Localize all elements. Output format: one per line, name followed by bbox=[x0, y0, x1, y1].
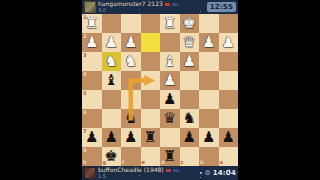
flag-icon bbox=[172, 3, 177, 6]
file-label: c bbox=[181, 160, 184, 165]
status-dot-icon bbox=[200, 172, 202, 174]
square-e6[interactable] bbox=[141, 109, 161, 128]
square-c5[interactable] bbox=[180, 90, 200, 109]
bottom-player-info: buffonCheadle (1948) 1.5 bbox=[98, 167, 178, 179]
bottom-player-rating: (1948) bbox=[144, 167, 164, 173]
square-b5[interactable] bbox=[199, 90, 219, 109]
square-f3[interactable]: ♞ bbox=[121, 52, 141, 71]
black-piece-p: ♟ bbox=[121, 128, 141, 147]
square-h4[interactable]: 4 bbox=[82, 71, 102, 90]
white-piece-n: ♞ bbox=[102, 52, 122, 71]
square-a5[interactable] bbox=[219, 90, 239, 109]
black-piece-r: ♜ bbox=[141, 128, 161, 147]
top-player-score: 3.0 bbox=[98, 8, 177, 13]
square-h2[interactable]: 2♟ bbox=[82, 33, 102, 52]
square-a2[interactable]: ♟ bbox=[219, 33, 239, 52]
top-player-clock: 12:55 bbox=[207, 2, 236, 12]
top-player-bar: hangamonster7 2123 3.0 12:55 bbox=[82, 0, 238, 14]
flag-icon bbox=[173, 169, 178, 172]
file-label: f bbox=[122, 160, 124, 165]
square-f1[interactable] bbox=[121, 14, 141, 33]
rank-label: 4 bbox=[83, 72, 86, 77]
square-f4[interactable] bbox=[121, 71, 141, 90]
gear-icon[interactable]: ⚙ bbox=[204, 170, 210, 177]
white-piece-r: ♜ bbox=[82, 14, 102, 33]
square-d2[interactable] bbox=[160, 33, 180, 52]
black-piece-n: ♞ bbox=[180, 109, 200, 128]
square-b4[interactable] bbox=[199, 71, 219, 90]
rank-label: 7 bbox=[83, 129, 86, 134]
top-player-avatar[interactable] bbox=[84, 1, 96, 13]
square-b7[interactable]: ♟ bbox=[199, 128, 219, 147]
screenshot-canvas: hangamonster7 2123 3.0 12:55 1♜♜♚2♟♟♟♛♟♟… bbox=[0, 0, 320, 180]
square-e7[interactable]: ♜ bbox=[141, 128, 161, 147]
square-g5[interactable] bbox=[102, 90, 122, 109]
square-e8[interactable]: e bbox=[141, 147, 161, 166]
white-piece-p: ♟ bbox=[219, 33, 239, 52]
file-label: h bbox=[83, 160, 87, 165]
white-piece-p: ♟ bbox=[160, 71, 180, 90]
square-d1[interactable]: ♜ bbox=[160, 14, 180, 33]
rank-label: 1 bbox=[83, 15, 86, 20]
square-c8[interactable]: c bbox=[180, 147, 200, 166]
rank-label: 2 bbox=[83, 34, 86, 39]
square-a6[interactable] bbox=[219, 109, 239, 128]
chess-board: 1♜♜♚2♟♟♟♛♟♟3♞♞♝♟4♝♟5♟6♞♛♞7♟♟♟♜♟♟♟8hg♚fed… bbox=[82, 14, 238, 166]
square-a4[interactable] bbox=[219, 71, 239, 90]
black-piece-p: ♟ bbox=[82, 128, 102, 147]
square-g6[interactable] bbox=[102, 109, 122, 128]
bottom-player-avatar[interactable] bbox=[84, 167, 96, 179]
square-c3[interactable]: ♟ bbox=[180, 52, 200, 71]
top-player-info: hangamonster7 2123 3.0 bbox=[98, 1, 177, 13]
square-h6[interactable]: 6 bbox=[82, 109, 102, 128]
square-b8[interactable]: b bbox=[199, 147, 219, 166]
black-piece-p: ♟ bbox=[180, 128, 200, 147]
square-a8[interactable]: a bbox=[219, 147, 239, 166]
square-c2[interactable]: ♛ bbox=[180, 33, 200, 52]
square-d5[interactable]: ♟ bbox=[160, 90, 180, 109]
rank-label: 5 bbox=[83, 91, 86, 96]
square-e3[interactable] bbox=[141, 52, 161, 71]
square-h1[interactable]: 1♜ bbox=[82, 14, 102, 33]
stars-decoration bbox=[82, 166, 83, 167]
square-e4[interactable] bbox=[141, 71, 161, 90]
square-a1[interactable] bbox=[219, 14, 239, 33]
square-b1[interactable] bbox=[199, 14, 219, 33]
square-c1[interactable]: ♚ bbox=[180, 14, 200, 33]
square-g3[interactable]: ♞ bbox=[102, 52, 122, 71]
white-piece-p: ♟ bbox=[102, 33, 122, 52]
square-f2[interactable]: ♟ bbox=[121, 33, 141, 52]
black-piece-q: ♛ bbox=[160, 109, 180, 128]
square-d7[interactable] bbox=[160, 128, 180, 147]
black-piece-p: ♟ bbox=[102, 128, 122, 147]
black-piece-k: ♚ bbox=[102, 147, 122, 166]
black-piece-p: ♟ bbox=[199, 128, 219, 147]
square-d6[interactable]: ♛ bbox=[160, 109, 180, 128]
square-g2[interactable]: ♟ bbox=[102, 33, 122, 52]
black-piece-b: ♝ bbox=[102, 71, 122, 90]
file-label: a bbox=[220, 160, 223, 165]
square-g1[interactable] bbox=[102, 14, 122, 33]
square-e2[interactable] bbox=[141, 33, 161, 52]
square-h3[interactable]: 3 bbox=[82, 52, 102, 71]
flag-icon bbox=[166, 169, 171, 172]
black-piece-n: ♞ bbox=[121, 109, 141, 128]
bottom-player-clock: 14:04 bbox=[213, 169, 236, 177]
square-g4[interactable]: ♝ bbox=[102, 71, 122, 90]
square-a7[interactable]: ♟ bbox=[219, 128, 239, 147]
white-piece-p: ♟ bbox=[121, 33, 141, 52]
square-f6[interactable]: ♞ bbox=[121, 109, 141, 128]
square-c4[interactable] bbox=[180, 71, 200, 90]
white-piece-p: ♟ bbox=[180, 52, 200, 71]
top-player-rating: 2123 bbox=[148, 1, 163, 7]
square-c7[interactable]: ♟ bbox=[180, 128, 200, 147]
white-piece-k: ♚ bbox=[180, 14, 200, 33]
file-label: b bbox=[200, 160, 204, 165]
black-piece-r: ♜ bbox=[160, 147, 180, 166]
stars-decoration bbox=[82, 0, 83, 1]
square-h5[interactable]: 5 bbox=[82, 90, 102, 109]
square-d4[interactable]: ♟ bbox=[160, 71, 180, 90]
square-g8[interactable]: g♚ bbox=[102, 147, 122, 166]
square-e5[interactable] bbox=[141, 90, 161, 109]
square-b3[interactable] bbox=[199, 52, 219, 71]
file-label: e bbox=[142, 160, 145, 165]
square-g7[interactable]: ♟ bbox=[102, 128, 122, 147]
file-label: d bbox=[161, 160, 165, 165]
chess-app-window: hangamonster7 2123 3.0 12:55 1♜♜♚2♟♟♟♛♟♟… bbox=[82, 0, 238, 180]
white-piece-p: ♟ bbox=[82, 33, 102, 52]
white-piece-b: ♝ bbox=[160, 52, 180, 71]
square-b6[interactable] bbox=[199, 109, 219, 128]
square-d8[interactable]: d♜ bbox=[160, 147, 180, 166]
file-label: g bbox=[103, 160, 107, 165]
white-piece-q: ♛ bbox=[180, 33, 200, 52]
rank-label: 8 bbox=[83, 148, 86, 153]
black-piece-p: ♟ bbox=[219, 128, 239, 147]
rank-label: 3 bbox=[83, 53, 86, 58]
bottom-player-bar: buffonCheadle (1948) 1.5 ⚙ 14:04 bbox=[82, 166, 238, 180]
white-piece-p: ♟ bbox=[199, 33, 219, 52]
square-h8[interactable]: 8h bbox=[82, 147, 102, 166]
square-b2[interactable]: ♟ bbox=[199, 33, 219, 52]
square-c6[interactable]: ♞ bbox=[180, 109, 200, 128]
square-h7[interactable]: 7♟ bbox=[82, 128, 102, 147]
square-a3[interactable] bbox=[219, 52, 239, 71]
white-piece-r: ♜ bbox=[160, 14, 180, 33]
square-f7[interactable]: ♟ bbox=[121, 128, 141, 147]
bottom-player-score: 1.5 bbox=[98, 174, 178, 179]
square-e1[interactable] bbox=[141, 14, 161, 33]
rank-label: 6 bbox=[83, 110, 86, 115]
black-piece-p: ♟ bbox=[160, 90, 180, 109]
flag-icon bbox=[165, 3, 170, 6]
square-f5[interactable] bbox=[121, 90, 141, 109]
white-piece-n: ♞ bbox=[121, 52, 141, 71]
square-d3[interactable]: ♝ bbox=[160, 52, 180, 71]
square-f8[interactable]: f bbox=[121, 147, 141, 166]
